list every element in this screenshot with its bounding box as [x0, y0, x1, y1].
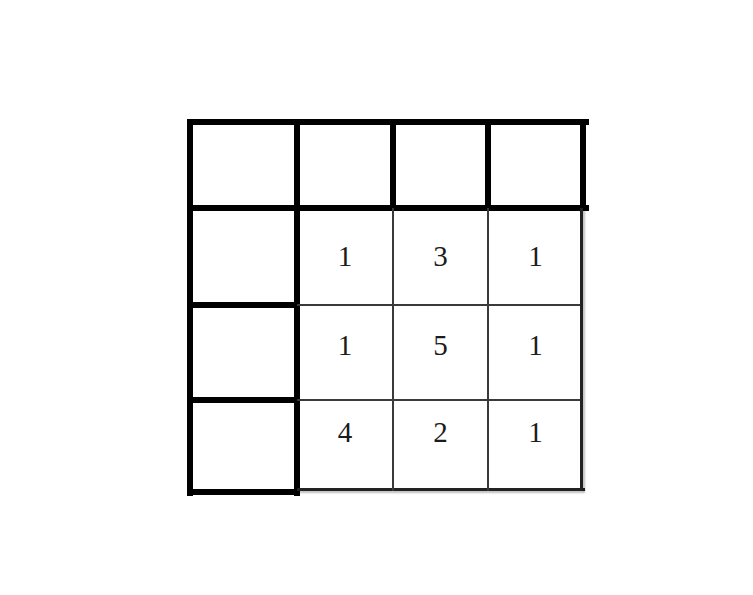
clue-cell-r1c1[interactable]: 1	[297, 208, 393, 305]
grid-line-top	[187, 119, 589, 125]
header-cell-r0c1[interactable]	[297, 122, 393, 208]
page-canvas: 131151421	[0, 0, 753, 595]
header-cell-r0c2[interactable]	[393, 122, 488, 208]
grid-line-toprow-v2	[390, 119, 396, 211]
grid-line-inner-right	[580, 208, 583, 491]
grid-line-header-row-bottom	[187, 205, 589, 211]
grid-line-inner-v1	[392, 208, 394, 491]
header-cell-r0c3[interactable]	[488, 122, 583, 208]
grid-line-header-col-right	[294, 119, 300, 496]
grid-line-inner-h2	[297, 399, 583, 401]
grid-line-inner-h1	[297, 304, 583, 306]
clue-cell-r1c2[interactable]: 3	[393, 208, 488, 305]
clue-cell-r2c2[interactable]: 5	[393, 298, 488, 393]
puzzle-board: 131151421	[190, 122, 583, 493]
grid-line-toprow-right	[580, 119, 586, 211]
clue-cell-r1c3[interactable]: 1	[488, 208, 583, 305]
grid-line-leftcol-row3	[187, 397, 300, 403]
clue-cell-r2c3[interactable]: 1	[488, 298, 583, 393]
grid-line-leftcol-row2	[187, 302, 300, 308]
clue-cell-r2c1[interactable]: 1	[297, 298, 393, 393]
grid-line-leftcol-bottom	[187, 489, 300, 495]
grid-line-inner-v2	[487, 208, 489, 491]
header-cell-r0c0[interactable]	[190, 122, 297, 208]
header-cell-r2c0[interactable]	[190, 298, 297, 393]
grid-line-left	[187, 119, 193, 496]
grid-line-toprow-v3	[485, 119, 491, 211]
grid-line-inner-bottom	[297, 488, 585, 491]
header-cell-r1c0[interactable]	[190, 208, 297, 305]
